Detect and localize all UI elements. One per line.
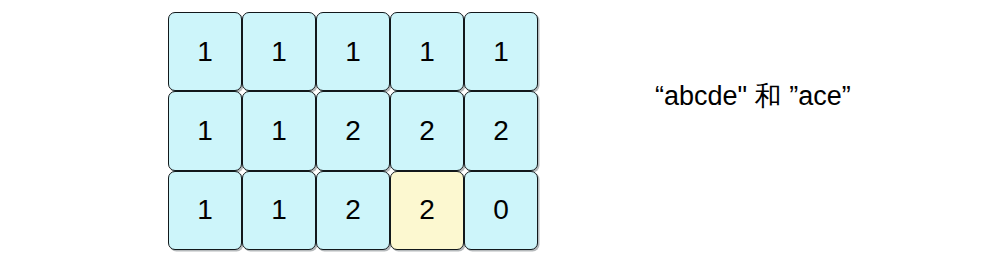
grid-cell: 1 <box>316 12 390 91</box>
grid-cell: 2 <box>390 91 464 170</box>
grid-cell: 2 <box>316 91 390 170</box>
grid-cell: 1 <box>168 12 242 91</box>
strings-caption: “abcde" 和 ”ace” <box>655 78 851 114</box>
grid-cell: 1 <box>464 12 538 91</box>
grid-cell: 1 <box>168 91 242 170</box>
lcs-dp-diagram: 111111122211220 “abcde" 和 ”ace” <box>0 0 1000 271</box>
grid-cell: 1 <box>242 12 316 91</box>
grid-cell: 2 <box>316 171 390 250</box>
grid-cell: 2 <box>464 91 538 170</box>
grid-cell: 1 <box>168 171 242 250</box>
grid-cell: 0 <box>464 171 538 250</box>
grid-cell: 1 <box>242 171 316 250</box>
grid-cell: 1 <box>242 91 316 170</box>
grid-cell: 1 <box>390 12 464 91</box>
grid-cell-highlighted: 2 <box>390 171 464 250</box>
dp-table-grid: 111111122211220 <box>168 12 538 250</box>
